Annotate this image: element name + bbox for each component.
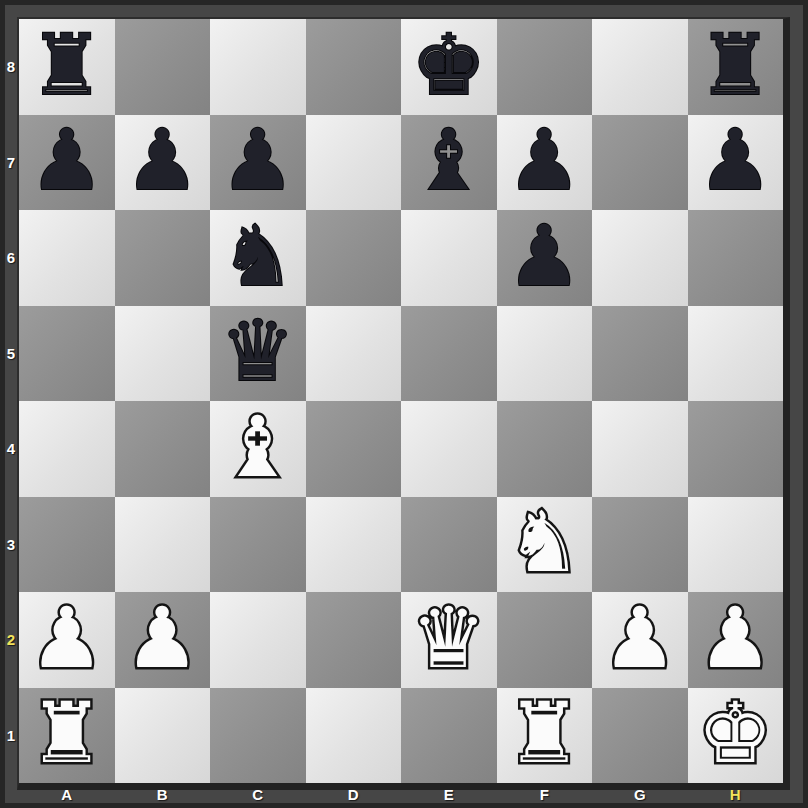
square-g7[interactable]	[592, 115, 688, 211]
square-f8[interactable]	[497, 19, 593, 115]
piece-black-pawn-h7[interactable]: ♟	[698, 118, 773, 202]
piece-black-king-e8[interactable]: ♚	[411, 23, 486, 107]
square-h8[interactable]: ♜	[688, 19, 784, 115]
square-e7[interactable]: ♝	[401, 115, 497, 211]
chess-board-frame: ♜♚♜♟♟♟♝♟♟♞♟♛♝♞♟♟♛♟♟♜♜♚ 87654321 ABCDEFGH	[0, 0, 808, 808]
piece-black-pawn-a7[interactable]: ♟	[29, 118, 104, 202]
square-a8[interactable]: ♜	[19, 19, 115, 115]
square-h2[interactable]: ♟	[688, 592, 784, 688]
piece-black-rook-h8[interactable]: ♜	[698, 23, 773, 107]
piece-white-pawn-g2[interactable]: ♟	[602, 596, 677, 680]
square-c2[interactable]	[210, 592, 306, 688]
square-a3[interactable]	[19, 497, 115, 593]
square-a7[interactable]: ♟	[19, 115, 115, 211]
rank-label-8: 8	[5, 19, 17, 115]
square-b7[interactable]: ♟	[115, 115, 211, 211]
square-f4[interactable]	[497, 401, 593, 497]
piece-white-knight-f3[interactable]: ♞	[507, 500, 582, 584]
rank-label-2: 2	[5, 592, 17, 688]
square-b2[interactable]: ♟	[115, 592, 211, 688]
square-e2[interactable]: ♛	[401, 592, 497, 688]
square-a5[interactable]	[19, 306, 115, 402]
square-h7[interactable]: ♟	[688, 115, 784, 211]
square-g4[interactable]	[592, 401, 688, 497]
square-g1[interactable]	[592, 688, 688, 784]
square-d5[interactable]	[306, 306, 402, 402]
square-g6[interactable]	[592, 210, 688, 306]
piece-black-bishop-e7[interactable]: ♝	[411, 118, 486, 202]
square-h3[interactable]	[688, 497, 784, 593]
square-f3[interactable]: ♞	[497, 497, 593, 593]
square-f2[interactable]	[497, 592, 593, 688]
square-g2[interactable]: ♟	[592, 592, 688, 688]
piece-black-knight-c6[interactable]: ♞	[220, 214, 295, 298]
square-h4[interactable]	[688, 401, 784, 497]
square-e8[interactable]: ♚	[401, 19, 497, 115]
square-c3[interactable]	[210, 497, 306, 593]
rank-label-7: 7	[5, 115, 17, 211]
rank-label-4: 4	[5, 401, 17, 497]
square-d8[interactable]	[306, 19, 402, 115]
square-a4[interactable]	[19, 401, 115, 497]
square-d6[interactable]	[306, 210, 402, 306]
square-a1[interactable]: ♜	[19, 688, 115, 784]
piece-black-pawn-c7[interactable]: ♟	[220, 118, 295, 202]
square-d4[interactable]	[306, 401, 402, 497]
piece-white-king-h1[interactable]: ♚	[698, 691, 773, 775]
square-d7[interactable]	[306, 115, 402, 211]
square-b6[interactable]	[115, 210, 211, 306]
file-label-a: A	[19, 786, 115, 803]
square-e1[interactable]	[401, 688, 497, 784]
square-h5[interactable]	[688, 306, 784, 402]
file-labels: ABCDEFGH	[19, 786, 783, 803]
piece-white-pawn-b2[interactable]: ♟	[125, 596, 200, 680]
square-b4[interactable]	[115, 401, 211, 497]
square-e5[interactable]	[401, 306, 497, 402]
file-label-g: G	[592, 786, 688, 803]
square-c5[interactable]: ♛	[210, 306, 306, 402]
file-label-f: F	[497, 786, 593, 803]
piece-white-rook-f1[interactable]: ♜	[507, 691, 582, 775]
square-g3[interactable]	[592, 497, 688, 593]
square-a6[interactable]	[19, 210, 115, 306]
rank-label-3: 3	[5, 497, 17, 593]
piece-white-bishop-c4[interactable]: ♝	[220, 405, 295, 489]
file-label-d: D	[306, 786, 402, 803]
square-g8[interactable]	[592, 19, 688, 115]
piece-white-rook-a1[interactable]: ♜	[29, 691, 104, 775]
rank-label-6: 6	[5, 210, 17, 306]
square-f1[interactable]: ♜	[497, 688, 593, 784]
square-f5[interactable]	[497, 306, 593, 402]
square-a2[interactable]: ♟	[19, 592, 115, 688]
file-label-c: C	[210, 786, 306, 803]
square-f6[interactable]: ♟	[497, 210, 593, 306]
square-b5[interactable]	[115, 306, 211, 402]
square-e4[interactable]	[401, 401, 497, 497]
file-label-e: E	[401, 786, 497, 803]
rank-labels: 87654321	[5, 19, 17, 783]
square-e6[interactable]	[401, 210, 497, 306]
piece-white-pawn-a2[interactable]: ♟	[29, 596, 104, 680]
square-d2[interactable]	[306, 592, 402, 688]
square-h1[interactable]: ♚	[688, 688, 784, 784]
square-b8[interactable]	[115, 19, 211, 115]
file-label-b: B	[115, 786, 211, 803]
square-c1[interactable]	[210, 688, 306, 784]
square-c8[interactable]	[210, 19, 306, 115]
piece-white-pawn-h2[interactable]: ♟	[698, 596, 773, 680]
piece-black-pawn-f6[interactable]: ♟	[507, 214, 582, 298]
piece-black-rook-a8[interactable]: ♜	[29, 23, 104, 107]
square-d3[interactable]	[306, 497, 402, 593]
piece-black-pawn-b7[interactable]: ♟	[125, 118, 200, 202]
square-b1[interactable]	[115, 688, 211, 784]
square-c7[interactable]: ♟	[210, 115, 306, 211]
square-c4[interactable]: ♝	[210, 401, 306, 497]
square-g5[interactable]	[592, 306, 688, 402]
square-c6[interactable]: ♞	[210, 210, 306, 306]
piece-white-queen-e2[interactable]: ♛	[411, 596, 486, 680]
rank-label-1: 1	[5, 688, 17, 784]
square-b3[interactable]	[115, 497, 211, 593]
chess-board: ♜♚♜♟♟♟♝♟♟♞♟♛♝♞♟♟♛♟♟♜♜♚	[17, 17, 790, 790]
square-f7[interactable]: ♟	[497, 115, 593, 211]
piece-black-queen-c5[interactable]: ♛	[220, 309, 295, 393]
piece-black-pawn-f7[interactable]: ♟	[507, 118, 582, 202]
square-e3[interactable]	[401, 497, 497, 593]
square-d1[interactable]	[306, 688, 402, 784]
square-h6[interactable]	[688, 210, 784, 306]
file-label-h: H	[688, 786, 784, 803]
rank-label-5: 5	[5, 306, 17, 402]
